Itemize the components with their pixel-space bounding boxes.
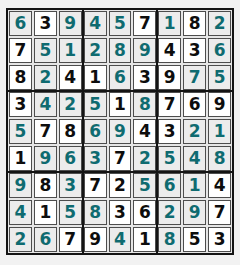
cell-r8c7[interactable]: 2 xyxy=(158,200,181,225)
page-background: 6394571827512894368241639753425187695786… xyxy=(0,0,240,265)
cell-r8c8[interactable]: 9 xyxy=(183,200,206,225)
cell-r4c7[interactable]: 7 xyxy=(158,92,181,117)
cell-r9c2[interactable]: 6 xyxy=(34,227,57,252)
cell-r8c2[interactable]: 1 xyxy=(34,200,57,225)
cell-r4c5[interactable]: 1 xyxy=(109,92,132,117)
cell-r9c5[interactable]: 4 xyxy=(109,227,132,252)
cell-r6c2[interactable]: 9 xyxy=(34,146,57,171)
cell-r7c3[interactable]: 3 xyxy=(59,173,82,198)
cell-r8c6[interactable]: 6 xyxy=(133,200,156,225)
cell-r3c7[interactable]: 9 xyxy=(158,65,181,90)
cell-r8c5[interactable]: 3 xyxy=(109,200,132,225)
cell-r6c9[interactable]: 8 xyxy=(208,146,231,171)
cell-r9c8[interactable]: 5 xyxy=(183,227,206,252)
cell-r4c4[interactable]: 5 xyxy=(84,92,107,117)
cell-r8c1[interactable]: 4 xyxy=(9,200,32,225)
cell-r5c3[interactable]: 8 xyxy=(59,119,82,144)
cell-r1c8[interactable]: 8 xyxy=(183,11,206,36)
cell-r9c9[interactable]: 3 xyxy=(208,227,231,252)
cell-r7c9[interactable]: 4 xyxy=(208,173,231,198)
cell-r6c3[interactable]: 6 xyxy=(59,146,82,171)
cell-r1c3[interactable]: 9 xyxy=(59,11,82,36)
cell-r4c1[interactable]: 3 xyxy=(9,92,32,117)
cell-r5c7[interactable]: 3 xyxy=(158,119,181,144)
cell-r6c1[interactable]: 1 xyxy=(9,146,32,171)
cell-r7c1[interactable]: 9 xyxy=(9,173,32,198)
cell-r7c2[interactable]: 8 xyxy=(34,173,57,198)
cell-r9c4[interactable]: 9 xyxy=(84,227,107,252)
cell-r2c4[interactable]: 2 xyxy=(84,38,107,63)
cell-r6c8[interactable]: 4 xyxy=(183,146,206,171)
cell-r9c1[interactable]: 2 xyxy=(9,227,32,252)
cell-r3c2[interactable]: 2 xyxy=(34,65,57,90)
cell-r7c5[interactable]: 2 xyxy=(109,173,132,198)
cell-r5c1[interactable]: 5 xyxy=(9,119,32,144)
cell-r8c4[interactable]: 8 xyxy=(84,200,107,225)
cell-r4c8[interactable]: 6 xyxy=(183,92,206,117)
cell-r4c9[interactable]: 9 xyxy=(208,92,231,117)
cell-r5c6[interactable]: 4 xyxy=(133,119,156,144)
cell-r8c3[interactable]: 5 xyxy=(59,200,82,225)
cell-r4c2[interactable]: 4 xyxy=(34,92,57,117)
cell-r3c8[interactable]: 7 xyxy=(183,65,206,90)
cell-r1c7[interactable]: 1 xyxy=(158,11,181,36)
cell-r3c6[interactable]: 3 xyxy=(133,65,156,90)
cell-r2c1[interactable]: 7 xyxy=(9,38,32,63)
cell-r6c6[interactable]: 2 xyxy=(133,146,156,171)
cell-r8c9[interactable]: 7 xyxy=(208,200,231,225)
cell-r1c9[interactable]: 2 xyxy=(208,11,231,36)
cell-r2c7[interactable]: 4 xyxy=(158,38,181,63)
cell-r9c6[interactable]: 1 xyxy=(133,227,156,252)
cell-r1c2[interactable]: 3 xyxy=(34,11,57,36)
cell-r2c9[interactable]: 6 xyxy=(208,38,231,63)
cell-r5c2[interactable]: 7 xyxy=(34,119,57,144)
cell-r2c2[interactable]: 5 xyxy=(34,38,57,63)
cell-r5c8[interactable]: 2 xyxy=(183,119,206,144)
cell-r2c5[interactable]: 8 xyxy=(109,38,132,63)
cell-r3c4[interactable]: 1 xyxy=(84,65,107,90)
cell-r6c4[interactable]: 3 xyxy=(84,146,107,171)
cell-r2c6[interactable]: 9 xyxy=(133,38,156,63)
cell-r2c8[interactable]: 3 xyxy=(183,38,206,63)
cell-r5c9[interactable]: 1 xyxy=(208,119,231,144)
cell-r7c7[interactable]: 6 xyxy=(158,173,181,198)
cell-r5c5[interactable]: 9 xyxy=(109,119,132,144)
cell-r7c4[interactable]: 7 xyxy=(84,173,107,198)
cell-r9c3[interactable]: 7 xyxy=(59,227,82,252)
cell-r1c4[interactable]: 4 xyxy=(84,11,107,36)
cell-r3c5[interactable]: 6 xyxy=(109,65,132,90)
cell-r2c3[interactable]: 1 xyxy=(59,38,82,63)
cell-r3c3[interactable]: 4 xyxy=(59,65,82,90)
cell-r1c1[interactable]: 6 xyxy=(9,11,32,36)
cell-r5c4[interactable]: 6 xyxy=(84,119,107,144)
cell-r6c5[interactable]: 7 xyxy=(109,146,132,171)
cell-r3c1[interactable]: 8 xyxy=(9,65,32,90)
sudoku-board: 6394571827512894368241639753425187695786… xyxy=(6,8,234,255)
cell-r3c9[interactable]: 5 xyxy=(208,65,231,90)
cell-r4c3[interactable]: 2 xyxy=(59,92,82,117)
cell-r9c7[interactable]: 8 xyxy=(158,227,181,252)
cell-r1c5[interactable]: 5 xyxy=(109,11,132,36)
cell-r1c6[interactable]: 7 xyxy=(133,11,156,36)
cell-r6c7[interactable]: 5 xyxy=(158,146,181,171)
cell-r7c8[interactable]: 1 xyxy=(183,173,206,198)
cell-r7c6[interactable]: 5 xyxy=(133,173,156,198)
cell-r4c6[interactable]: 8 xyxy=(133,92,156,117)
